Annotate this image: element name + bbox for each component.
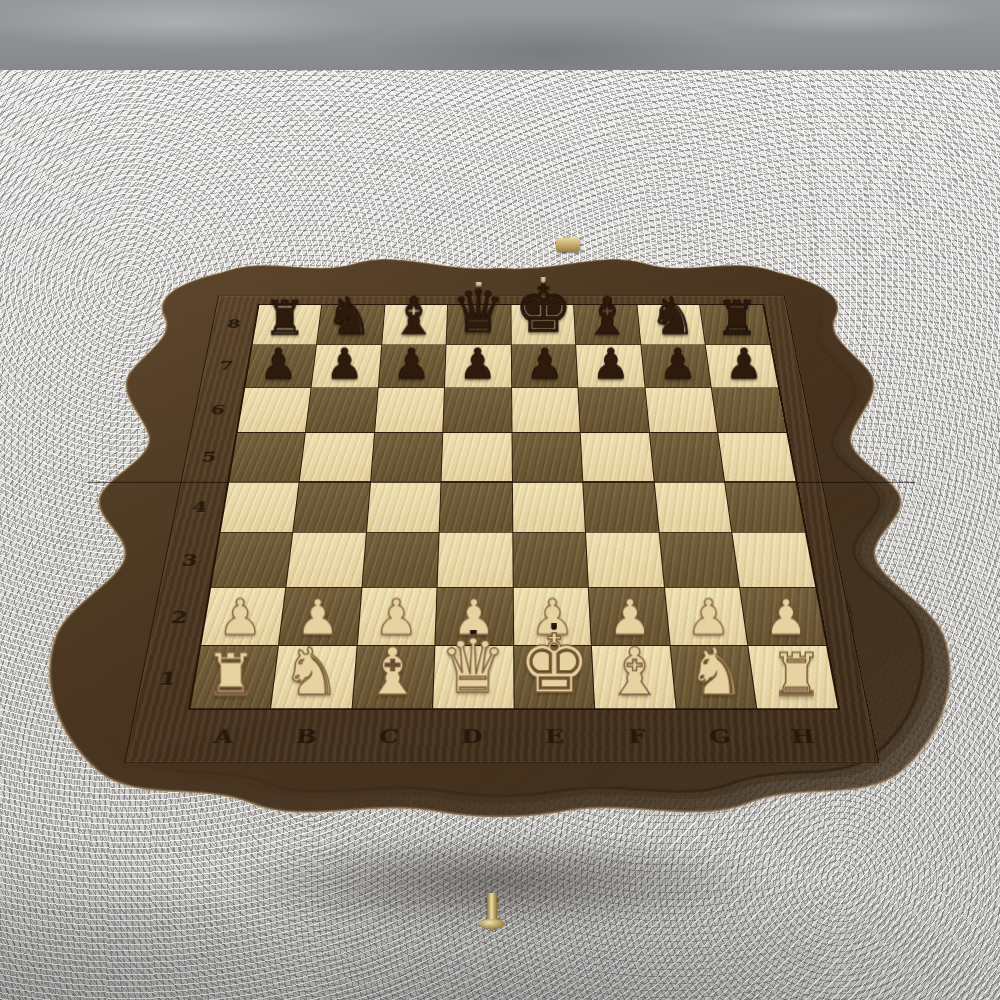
square-b1[interactable]: ♞ xyxy=(271,646,356,708)
file-label-b: B xyxy=(295,724,319,747)
square-d6[interactable] xyxy=(443,388,511,433)
square-f4[interactable] xyxy=(583,481,658,532)
piece-black-pawn[interactable]: ♟ xyxy=(592,343,630,385)
square-g4[interactable] xyxy=(654,481,731,532)
square-a7[interactable]: ♟ xyxy=(245,345,316,387)
brass-latch-pin-icon xyxy=(487,893,497,927)
contrast-finial xyxy=(470,625,477,634)
board-grid: ♜♞♝♛♚♝♞♜♟♟♟♟♟♟♟♟♟♟♟♟♟♟♟♟♜♞♝♛♚♝♞♜ xyxy=(188,304,840,710)
piece-black-rook[interactable]: ♜ xyxy=(716,295,758,342)
rank-label-2: 2 xyxy=(170,606,191,626)
file-label-a: A xyxy=(213,724,236,747)
rank-label-7: 7 xyxy=(218,358,235,373)
square-e6[interactable] xyxy=(512,388,580,433)
piece-black-pawn[interactable]: ♟ xyxy=(659,343,697,385)
square-h4[interactable] xyxy=(725,481,804,532)
file-label-e: E xyxy=(545,724,565,747)
square-b5[interactable] xyxy=(300,433,374,480)
square-a6[interactable] xyxy=(237,388,310,433)
rank-label-8: 8 xyxy=(226,317,243,331)
piece-white-rook[interactable]: ♜ xyxy=(204,645,257,704)
rank-label-1: 1 xyxy=(158,667,179,689)
contrast-finial xyxy=(551,614,557,630)
square-g6[interactable] xyxy=(645,388,717,433)
piece-black-knight[interactable]: ♞ xyxy=(649,290,696,342)
square-g1[interactable]: ♞ xyxy=(670,646,756,708)
piece-black-pawn[interactable]: ♟ xyxy=(526,343,564,385)
square-d1[interactable]: ♛ xyxy=(433,646,513,708)
square-c5[interactable] xyxy=(371,433,443,480)
file-label-h: H xyxy=(789,724,817,747)
square-h1[interactable]: ♜ xyxy=(748,646,837,708)
square-d5[interactable] xyxy=(442,433,512,480)
board-frame: ♜♞♝♛♚♝♞♜♟♟♟♟♟♟♟♟♟♟♟♟♟♟♟♟♜♞♝♛♚♝♞♜ 8765432… xyxy=(124,295,879,762)
square-f5[interactable] xyxy=(581,433,653,480)
square-h5[interactable] xyxy=(718,433,795,480)
square-b4[interactable] xyxy=(293,481,369,532)
piece-black-pawn[interactable]: ♟ xyxy=(459,343,497,385)
square-e7[interactable]: ♟ xyxy=(511,345,577,387)
square-d7[interactable]: ♟ xyxy=(445,345,511,387)
square-a1[interactable]: ♜ xyxy=(190,646,278,708)
square-e5[interactable] xyxy=(512,433,582,480)
file-label-d: D xyxy=(461,724,483,747)
square-e4[interactable] xyxy=(512,481,585,532)
square-c1[interactable]: ♝ xyxy=(352,646,434,708)
piece-white-bishop[interactable]: ♝ xyxy=(363,638,422,704)
file-label-f: F xyxy=(628,724,648,747)
piece-white-knight[interactable]: ♞ xyxy=(686,638,745,704)
square-h6[interactable] xyxy=(712,388,786,433)
piece-black-pawn[interactable]: ♟ xyxy=(326,343,364,385)
piece-black-knight[interactable]: ♞ xyxy=(326,290,373,342)
piece-black-king[interactable]: ♚ xyxy=(514,277,572,342)
piece-white-rook[interactable]: ♜ xyxy=(770,645,823,704)
piece-white-knight[interactable]: ♞ xyxy=(282,638,341,704)
piece-black-queen[interactable]: ♛ xyxy=(452,282,506,342)
chess-board: ♜♞♝♛♚♝♞♜♟♟♟♟♟♟♟♟♟♟♟♟♟♟♟♟♜♞♝♛♚♝♞♜ 8765432… xyxy=(0,242,1000,865)
square-a4[interactable] xyxy=(220,481,299,532)
piece-white-pawn[interactable]: ♟ xyxy=(218,593,262,642)
piece-black-bishop[interactable]: ♝ xyxy=(390,290,437,342)
piece-white-queen[interactable]: ♛ xyxy=(440,629,507,704)
piece-black-pawn[interactable]: ♟ xyxy=(393,343,431,385)
piece-black-bishop[interactable]: ♝ xyxy=(584,290,631,342)
square-g5[interactable] xyxy=(649,433,723,480)
contrast-finial xyxy=(476,279,481,286)
square-f7[interactable]: ♟ xyxy=(576,345,644,387)
file-label-g: G xyxy=(708,724,733,747)
square-c7[interactable]: ♟ xyxy=(378,345,445,387)
square-a5[interactable] xyxy=(229,433,305,480)
square-b7[interactable]: ♟ xyxy=(312,345,381,387)
rank-label-4: 4 xyxy=(191,497,210,515)
rank-label-5: 5 xyxy=(200,448,218,465)
piece-black-pawn[interactable]: ♟ xyxy=(725,343,763,385)
photo-scene: ♜♞♝♛♚♝♞♜♟♟♟♟♟♟♟♟♟♟♟♟♟♟♟♟♜♞♝♛♚♝♞♜ 8765432… xyxy=(0,0,1000,1000)
piece-white-pawn[interactable]: ♟ xyxy=(764,593,808,642)
square-c6[interactable] xyxy=(375,388,444,433)
rank-label-6: 6 xyxy=(209,402,227,418)
piece-black-pawn[interactable]: ♟ xyxy=(259,343,297,385)
file-label-c: C xyxy=(379,724,401,747)
square-b6[interactable] xyxy=(306,388,377,433)
square-c4[interactable] xyxy=(366,481,440,532)
piece-white-king[interactable]: ♚ xyxy=(517,623,590,704)
square-f6[interactable] xyxy=(578,388,648,433)
square-e1[interactable]: ♚ xyxy=(514,646,594,708)
square-h7[interactable]: ♟ xyxy=(706,345,778,387)
piece-black-rook[interactable]: ♜ xyxy=(263,295,305,342)
square-d4[interactable] xyxy=(440,481,512,532)
piece-white-bishop[interactable]: ♝ xyxy=(605,638,664,704)
square-g7[interactable]: ♟ xyxy=(641,345,711,387)
contrast-finial xyxy=(541,270,546,283)
square-f1[interactable]: ♝ xyxy=(592,646,675,708)
